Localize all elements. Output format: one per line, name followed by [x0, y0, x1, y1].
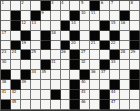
white-cell[interactable]: 6: [100, 1, 110, 11]
white-cell[interactable]: 1: [1, 1, 11, 11]
white-cell[interactable]: 35: [41, 70, 51, 80]
white-cell[interactable]: 24: [11, 50, 21, 60]
black-cell: [70, 100, 80, 110]
white-cell[interactable]: [100, 50, 110, 60]
white-cell[interactable]: [120, 1, 130, 11]
white-cell[interactable]: 30: [1, 60, 11, 70]
clue-number: 14: [71, 21, 76, 26]
clue-number: 13: [31, 21, 36, 26]
white-cell[interactable]: 41: [1, 90, 11, 100]
white-cell[interactable]: 32: [80, 60, 90, 70]
white-cell[interactable]: [31, 90, 41, 100]
clue-number: 8: [130, 1, 132, 6]
clue-number: 7: [111, 1, 113, 6]
black-cell: [100, 90, 110, 100]
white-cell[interactable]: 26: [61, 50, 71, 60]
white-cell[interactable]: 7: [110, 1, 120, 11]
black-cell: [130, 80, 140, 90]
white-cell[interactable]: [90, 50, 100, 60]
white-cell[interactable]: [120, 90, 130, 100]
white-cell[interactable]: 21: [90, 41, 100, 51]
clue-number: 37: [101, 70, 106, 75]
white-cell[interactable]: [61, 90, 71, 100]
white-cell[interactable]: [21, 90, 31, 100]
white-cell[interactable]: [90, 21, 100, 31]
clue-number: 4: [61, 1, 63, 6]
white-cell[interactable]: [61, 80, 71, 90]
white-cell[interactable]: [41, 50, 51, 60]
clue-number: 1: [2, 1, 4, 6]
clue-number: 27: [81, 50, 86, 55]
clue-number: 20: [71, 41, 76, 46]
clue-number: 22: [111, 41, 116, 46]
clue-number: 11: [91, 11, 96, 16]
clue-number: 24: [11, 50, 16, 55]
white-cell[interactable]: 2: [21, 1, 31, 11]
clue-number: 25: [31, 50, 36, 55]
clue-number: 35: [41, 70, 46, 75]
white-cell[interactable]: 3: [51, 1, 61, 11]
white-cell[interactable]: [61, 60, 71, 70]
white-cell[interactable]: [130, 60, 140, 70]
clue-number: 5: [81, 1, 83, 6]
white-cell[interactable]: 47: [110, 100, 120, 110]
clue-number: 45: [11, 100, 16, 105]
clue-number: 41: [2, 90, 7, 95]
white-cell[interactable]: [21, 100, 31, 110]
clue-number: 23: [2, 50, 7, 55]
clue-number: 26: [61, 50, 66, 55]
white-cell[interactable]: 12: [21, 21, 31, 31]
white-cell[interactable]: [51, 70, 61, 80]
white-cell[interactable]: [11, 60, 21, 70]
clue-number: 3: [51, 1, 53, 6]
white-cell[interactable]: [51, 80, 61, 90]
white-cell[interactable]: 36: [90, 70, 100, 80]
clue-number: 32: [81, 60, 86, 65]
white-cell[interactable]: [130, 100, 140, 110]
clue-number: 17: [2, 31, 7, 36]
clue-number: 12: [21, 21, 26, 26]
white-cell[interactable]: [11, 70, 21, 80]
white-cell[interactable]: 16: [120, 21, 130, 31]
white-cell[interactable]: [21, 60, 31, 70]
clue-number: 28: [121, 50, 126, 55]
white-cell[interactable]: [120, 31, 130, 41]
white-cell[interactable]: 15: [110, 21, 120, 31]
black-cell: [11, 21, 21, 31]
black-cell: [130, 31, 140, 41]
white-cell[interactable]: 20: [70, 41, 80, 51]
black-cell: [41, 41, 51, 51]
black-cell: [1, 100, 11, 110]
white-cell[interactable]: [80, 21, 90, 31]
white-cell[interactable]: [120, 70, 130, 80]
black-cell: [11, 11, 21, 21]
white-cell[interactable]: [130, 11, 140, 21]
white-cell[interactable]: [61, 11, 71, 21]
white-cell[interactable]: [130, 21, 140, 31]
white-cell[interactable]: 25: [31, 50, 41, 60]
white-cell[interactable]: 18: [51, 31, 61, 41]
clue-number: 33: [111, 60, 116, 65]
black-cell: [70, 60, 80, 70]
white-cell[interactable]: [51, 100, 61, 110]
white-cell[interactable]: 29: [130, 50, 140, 60]
white-cell[interactable]: [41, 21, 51, 31]
black-cell: [100, 21, 110, 31]
white-cell[interactable]: [11, 31, 21, 41]
crossword-grid: 1234567891011121314151617181920212223242…: [0, 0, 140, 111]
clue-number: 43: [81, 90, 86, 95]
white-cell[interactable]: [41, 90, 51, 100]
white-cell[interactable]: [100, 80, 110, 90]
white-cell[interactable]: [11, 1, 21, 11]
clue-number: 19: [21, 41, 26, 46]
white-cell[interactable]: 17: [1, 31, 11, 41]
white-cell[interactable]: 14: [70, 21, 80, 31]
black-cell: [70, 80, 80, 90]
clue-number: 29: [130, 50, 135, 55]
white-cell[interactable]: [120, 60, 130, 70]
clue-number: 18: [51, 31, 56, 36]
white-cell[interactable]: 28: [120, 50, 130, 60]
white-cell[interactable]: [41, 80, 51, 90]
white-cell[interactable]: 37: [100, 70, 110, 80]
clue-number: 30: [2, 60, 7, 65]
black-cell: [21, 50, 31, 60]
clue-number: 21: [91, 41, 96, 46]
white-cell[interactable]: 45: [11, 100, 21, 110]
clue-number: 34: [31, 70, 36, 75]
white-cell[interactable]: [61, 70, 71, 80]
black-cell: [100, 100, 110, 110]
white-cell[interactable]: [31, 31, 41, 41]
white-cell[interactable]: 46: [80, 100, 90, 110]
white-cell[interactable]: [70, 1, 80, 11]
clue-number: 42: [11, 90, 16, 95]
white-cell[interactable]: [90, 100, 100, 110]
black-cell: [61, 21, 71, 31]
clue-number: 31: [51, 60, 56, 65]
white-cell[interactable]: 19: [21, 41, 31, 51]
white-cell[interactable]: [80, 31, 90, 41]
white-cell[interactable]: [130, 90, 140, 100]
white-cell[interactable]: [90, 90, 100, 100]
clue-number: 47: [111, 100, 116, 105]
white-cell[interactable]: 11: [90, 11, 100, 21]
white-cell[interactable]: [31, 80, 41, 90]
white-cell[interactable]: 9: [41, 11, 51, 21]
white-cell[interactable]: 22: [110, 41, 120, 51]
black-cell: [51, 90, 61, 100]
white-cell[interactable]: 4: [61, 1, 71, 11]
white-cell[interactable]: [120, 80, 130, 90]
clue-number: 44: [111, 90, 116, 95]
white-cell[interactable]: [61, 100, 71, 110]
white-cell[interactable]: 10: [80, 11, 90, 21]
white-cell[interactable]: [70, 70, 80, 80]
white-cell[interactable]: [120, 100, 130, 110]
white-cell[interactable]: [41, 100, 51, 110]
white-cell[interactable]: [61, 31, 71, 41]
black-cell: [41, 31, 51, 41]
white-cell[interactable]: 8: [130, 1, 140, 11]
black-cell: [70, 50, 80, 60]
black-cell: [70, 90, 80, 100]
clue-number: 2: [21, 1, 23, 6]
clue-number: 46: [81, 100, 86, 105]
white-cell[interactable]: [51, 11, 61, 21]
white-cell[interactable]: 33: [110, 60, 120, 70]
white-cell[interactable]: 39: [21, 80, 31, 90]
white-cell[interactable]: [1, 11, 11, 21]
white-cell[interactable]: [100, 11, 110, 21]
white-cell[interactable]: [90, 80, 100, 90]
clue-number: 40: [81, 80, 86, 85]
clue-number: 10: [81, 11, 86, 16]
clue-number: 16: [121, 21, 126, 26]
clue-number: 9: [41, 11, 43, 16]
clue-number: 38: [2, 80, 7, 85]
clue-number: 6: [101, 1, 103, 6]
white-cell[interactable]: 31: [51, 60, 61, 70]
black-cell: [130, 70, 140, 80]
clue-number: 36: [91, 70, 96, 75]
white-cell[interactable]: [31, 100, 41, 110]
clue-number: 15: [111, 21, 116, 26]
white-cell[interactable]: 34: [31, 70, 41, 80]
black-cell: [100, 41, 110, 51]
clue-number: 39: [21, 80, 26, 85]
white-cell[interactable]: [100, 31, 110, 41]
white-cell[interactable]: [110, 70, 120, 80]
white-cell[interactable]: [31, 1, 41, 11]
white-cell[interactable]: 13: [31, 21, 41, 31]
white-cell[interactable]: [51, 41, 61, 51]
